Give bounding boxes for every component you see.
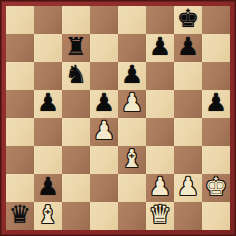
piece-white-bishop[interactable]: ♝ xyxy=(121,145,143,173)
square-h7[interactable] xyxy=(202,34,230,62)
square-g1[interactable] xyxy=(174,202,202,230)
square-g3[interactable] xyxy=(174,146,202,174)
piece-white-queen[interactable]: ♛ xyxy=(149,201,171,229)
piece-white-pawn[interactable]: ♟ xyxy=(149,173,171,201)
square-b5[interactable]: ♟ xyxy=(34,90,62,118)
square-b6[interactable] xyxy=(34,62,62,90)
square-e2[interactable] xyxy=(118,174,146,202)
square-f3[interactable] xyxy=(146,146,174,174)
square-d3[interactable] xyxy=(90,146,118,174)
square-a1[interactable]: ♛ xyxy=(6,202,34,230)
piece-white-pawn[interactable]: ♟ xyxy=(177,173,199,201)
square-h1[interactable] xyxy=(202,202,230,230)
square-a4[interactable] xyxy=(6,118,34,146)
square-a8[interactable] xyxy=(6,6,34,34)
square-h4[interactable] xyxy=(202,118,230,146)
square-a3[interactable] xyxy=(6,146,34,174)
square-g5[interactable] xyxy=(174,90,202,118)
square-g7[interactable]: ♟ xyxy=(174,34,202,62)
square-c5[interactable] xyxy=(62,90,90,118)
square-a6[interactable] xyxy=(6,62,34,90)
piece-black-pawn[interactable]: ♟ xyxy=(37,89,59,117)
square-d1[interactable] xyxy=(90,202,118,230)
square-f4[interactable] xyxy=(146,118,174,146)
square-a7[interactable] xyxy=(6,34,34,62)
square-c4[interactable] xyxy=(62,118,90,146)
square-d5[interactable]: ♟ xyxy=(90,90,118,118)
piece-black-queen[interactable]: ♛ xyxy=(9,201,31,229)
square-c2[interactable] xyxy=(62,174,90,202)
square-c3[interactable] xyxy=(62,146,90,174)
square-d7[interactable] xyxy=(90,34,118,62)
square-b8[interactable] xyxy=(34,6,62,34)
square-f2[interactable]: ♟ xyxy=(146,174,174,202)
square-e3[interactable]: ♝ xyxy=(118,146,146,174)
piece-black-pawn[interactable]: ♟ xyxy=(177,33,199,61)
chess-board: ♚♜♟♟♞♟♟♟♟♟♟♝♟♟♟♚♛♝♛ xyxy=(6,6,230,230)
square-h6[interactable] xyxy=(202,62,230,90)
piece-black-pawn[interactable]: ♟ xyxy=(121,61,143,89)
piece-black-rook[interactable]: ♜ xyxy=(65,33,87,61)
square-c1[interactable] xyxy=(62,202,90,230)
square-d2[interactable] xyxy=(90,174,118,202)
square-e7[interactable] xyxy=(118,34,146,62)
square-c8[interactable] xyxy=(62,6,90,34)
square-f7[interactable]: ♟ xyxy=(146,34,174,62)
square-e5[interactable]: ♟ xyxy=(118,90,146,118)
piece-black-pawn[interactable]: ♟ xyxy=(205,89,227,117)
piece-white-pawn[interactable]: ♟ xyxy=(121,89,143,117)
square-g6[interactable] xyxy=(174,62,202,90)
piece-black-pawn[interactable]: ♟ xyxy=(37,173,59,201)
square-e4[interactable] xyxy=(118,118,146,146)
square-d4[interactable]: ♟ xyxy=(90,118,118,146)
square-c7[interactable]: ♜ xyxy=(62,34,90,62)
square-h3[interactable] xyxy=(202,146,230,174)
square-g4[interactable] xyxy=(174,118,202,146)
piece-white-king[interactable]: ♚ xyxy=(205,173,227,201)
board-frame: ♚♜♟♟♞♟♟♟♟♟♟♝♟♟♟♚♛♝♛ xyxy=(0,0,236,236)
square-h2[interactable]: ♚ xyxy=(202,174,230,202)
piece-black-pawn[interactable]: ♟ xyxy=(93,89,115,117)
square-f1[interactable]: ♛ xyxy=(146,202,174,230)
square-f8[interactable] xyxy=(146,6,174,34)
square-d6[interactable] xyxy=(90,62,118,90)
piece-black-knight[interactable]: ♞ xyxy=(65,61,87,89)
square-h8[interactable] xyxy=(202,6,230,34)
square-h5[interactable]: ♟ xyxy=(202,90,230,118)
square-a2[interactable] xyxy=(6,174,34,202)
piece-white-pawn[interactable]: ♟ xyxy=(93,117,115,145)
square-g2[interactable]: ♟ xyxy=(174,174,202,202)
piece-black-pawn[interactable]: ♟ xyxy=(149,33,171,61)
square-f5[interactable] xyxy=(146,90,174,118)
square-b3[interactable] xyxy=(34,146,62,174)
piece-white-bishop[interactable]: ♝ xyxy=(37,201,59,229)
square-a5[interactable] xyxy=(6,90,34,118)
square-d8[interactable] xyxy=(90,6,118,34)
square-e6[interactable]: ♟ xyxy=(118,62,146,90)
square-c6[interactable]: ♞ xyxy=(62,62,90,90)
square-b2[interactable]: ♟ xyxy=(34,174,62,202)
square-b7[interactable] xyxy=(34,34,62,62)
square-g8[interactable]: ♚ xyxy=(174,6,202,34)
square-e8[interactable] xyxy=(118,6,146,34)
square-f6[interactable] xyxy=(146,62,174,90)
square-b4[interactable] xyxy=(34,118,62,146)
square-b1[interactable]: ♝ xyxy=(34,202,62,230)
square-e1[interactable] xyxy=(118,202,146,230)
piece-black-king[interactable]: ♚ xyxy=(177,5,199,33)
